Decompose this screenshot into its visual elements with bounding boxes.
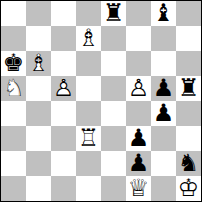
square-f3[interactable]: ♟ xyxy=(126,126,151,151)
square-h6[interactable] xyxy=(176,51,201,76)
square-g3[interactable] xyxy=(151,126,176,151)
square-c2[interactable] xyxy=(51,151,76,176)
piece-black-pawn[interactable]: ♟ xyxy=(151,76,176,101)
square-f4[interactable] xyxy=(126,101,151,126)
square-f1[interactable]: ♛♕ xyxy=(126,176,151,201)
square-g8[interactable]: ♝ xyxy=(151,1,176,26)
square-c6[interactable] xyxy=(51,51,76,76)
square-b3[interactable] xyxy=(26,126,51,151)
pawn-outline-glyph: ♙ xyxy=(51,76,76,101)
square-f2[interactable]: ♟ xyxy=(126,151,151,176)
square-a5[interactable]: ♞♘ xyxy=(1,76,26,101)
square-d6[interactable] xyxy=(76,51,101,76)
piece-black-rook[interactable]: ♜ xyxy=(101,1,126,26)
square-b7[interactable] xyxy=(26,26,51,51)
piece-white-bishop[interactable]: ♝♗ xyxy=(26,51,51,76)
square-f7[interactable] xyxy=(126,26,151,51)
square-f8[interactable] xyxy=(126,1,151,26)
square-a2[interactable] xyxy=(1,151,26,176)
piece-white-king[interactable]: ♚♔ xyxy=(176,176,201,201)
square-h7[interactable] xyxy=(176,26,201,51)
square-b5[interactable] xyxy=(26,76,51,101)
piece-black-king[interactable]: ♚ xyxy=(1,51,26,76)
square-d3[interactable]: ♜♖ xyxy=(76,126,101,151)
square-c1[interactable] xyxy=(51,176,76,201)
square-a8[interactable] xyxy=(1,1,26,26)
piece-black-rook[interactable]: ♜ xyxy=(176,76,201,101)
square-d2[interactable] xyxy=(76,151,101,176)
square-c5[interactable]: ♟♙ xyxy=(51,76,76,101)
square-f6[interactable] xyxy=(126,51,151,76)
square-a6[interactable]: ♚ xyxy=(1,51,26,76)
square-g4[interactable]: ♟ xyxy=(151,101,176,126)
piece-white-pawn[interactable]: ♟♙ xyxy=(126,76,151,101)
square-d8[interactable] xyxy=(76,1,101,26)
square-f5[interactable]: ♟♙ xyxy=(126,76,151,101)
square-e2[interactable] xyxy=(101,151,126,176)
square-h3[interactable] xyxy=(176,126,201,151)
chess-board: ♜♝♝♗♚♝♗♞♘♟♙♟♙♟♜♟♜♖♟♟♞♛♕♚♔ xyxy=(0,0,202,202)
square-e4[interactable] xyxy=(101,101,126,126)
square-h5[interactable]: ♜ xyxy=(176,76,201,101)
square-c7[interactable] xyxy=(51,26,76,51)
square-e8[interactable]: ♜ xyxy=(101,1,126,26)
square-g6[interactable] xyxy=(151,51,176,76)
piece-white-bishop[interactable]: ♝♗ xyxy=(76,26,101,51)
pawn-outline-glyph: ♙ xyxy=(126,76,151,101)
square-g2[interactable] xyxy=(151,151,176,176)
piece-black-pawn[interactable]: ♟ xyxy=(126,126,151,151)
square-a1[interactable] xyxy=(1,176,26,201)
square-h8[interactable] xyxy=(176,1,201,26)
square-b2[interactable] xyxy=(26,151,51,176)
square-e7[interactable] xyxy=(101,26,126,51)
king-outline-glyph: ♔ xyxy=(176,176,201,201)
piece-white-knight[interactable]: ♞♘ xyxy=(1,76,26,101)
square-c8[interactable] xyxy=(51,1,76,26)
square-d1[interactable] xyxy=(76,176,101,201)
piece-white-rook[interactable]: ♜♖ xyxy=(76,126,101,151)
square-d5[interactable] xyxy=(76,76,101,101)
square-a7[interactable] xyxy=(1,26,26,51)
square-g5[interactable]: ♟ xyxy=(151,76,176,101)
square-h4[interactable] xyxy=(176,101,201,126)
square-g7[interactable] xyxy=(151,26,176,51)
square-b8[interactable] xyxy=(26,1,51,26)
square-e6[interactable] xyxy=(101,51,126,76)
bishop-outline-glyph: ♗ xyxy=(26,51,51,76)
square-h2[interactable]: ♞ xyxy=(176,151,201,176)
square-d7[interactable]: ♝♗ xyxy=(76,26,101,51)
piece-white-pawn[interactable]: ♟♙ xyxy=(51,76,76,101)
piece-black-bishop[interactable]: ♝ xyxy=(151,1,176,26)
square-e1[interactable] xyxy=(101,176,126,201)
bishop-outline-glyph: ♗ xyxy=(76,26,101,51)
knight-outline-glyph: ♘ xyxy=(1,76,26,101)
square-a4[interactable] xyxy=(1,101,26,126)
piece-black-pawn[interactable]: ♟ xyxy=(151,101,176,126)
piece-black-pawn[interactable]: ♟ xyxy=(126,151,151,176)
square-h1[interactable]: ♚♔ xyxy=(176,176,201,201)
square-e5[interactable] xyxy=(101,76,126,101)
rook-outline-glyph: ♖ xyxy=(76,126,101,151)
square-e3[interactable] xyxy=(101,126,126,151)
piece-black-knight[interactable]: ♞ xyxy=(176,151,201,176)
square-b6[interactable]: ♝♗ xyxy=(26,51,51,76)
square-b1[interactable] xyxy=(26,176,51,201)
square-g1[interactable] xyxy=(151,176,176,201)
square-c4[interactable] xyxy=(51,101,76,126)
queen-outline-glyph: ♕ xyxy=(126,176,151,201)
square-a3[interactable] xyxy=(1,126,26,151)
square-b4[interactable] xyxy=(26,101,51,126)
piece-white-queen[interactable]: ♛♕ xyxy=(126,176,151,201)
square-d4[interactable] xyxy=(76,101,101,126)
square-c3[interactable] xyxy=(51,126,76,151)
